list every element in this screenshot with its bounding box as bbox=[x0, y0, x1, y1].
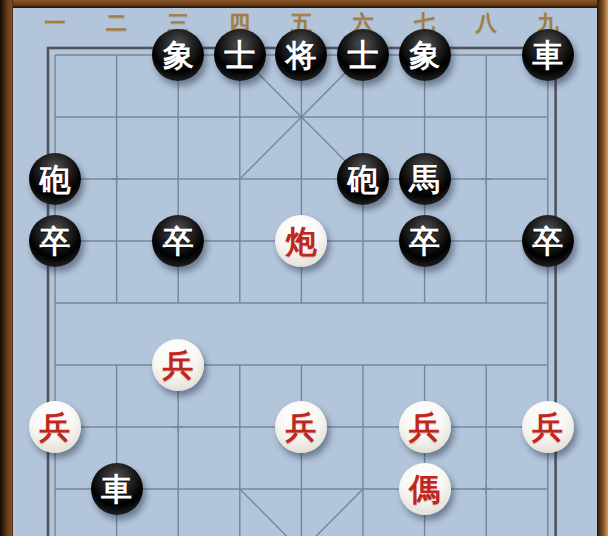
piece-glyph: 士 bbox=[347, 40, 378, 71]
piece-glyph: 砲 bbox=[39, 164, 70, 195]
piece-red-horse[interactable]: 傌 bbox=[399, 463, 451, 515]
piece-glyph: 炮 bbox=[286, 226, 317, 257]
piece-glyph: 将 bbox=[286, 40, 317, 71]
piece-black-elephant[interactable]: 象 bbox=[399, 29, 451, 81]
piece-black-soldier[interactable]: 卒 bbox=[29, 215, 81, 267]
piece-glyph: 兵 bbox=[532, 412, 563, 443]
piece-red-soldier[interactable]: 兵 bbox=[399, 401, 451, 453]
piece-glyph: 象 bbox=[163, 40, 194, 71]
piece-black-advisor[interactable]: 士 bbox=[337, 29, 389, 81]
piece-red-cannon[interactable]: 炮 bbox=[275, 215, 327, 267]
piece-black-soldier[interactable]: 卒 bbox=[399, 215, 451, 267]
piece-glyph: 卒 bbox=[39, 226, 70, 257]
piece-black-horse[interactable]: 馬 bbox=[399, 153, 451, 205]
piece-black-soldier[interactable]: 卒 bbox=[152, 215, 204, 267]
piece-glyph: 卒 bbox=[409, 226, 440, 257]
piece-red-soldier[interactable]: 兵 bbox=[275, 401, 327, 453]
piece-glyph: 兵 bbox=[286, 412, 317, 443]
xiangqi-game-screen: 一二三四五六七八九 象士将士象車砲砲馬卒卒炮卒卒兵兵兵兵兵車傌 bbox=[0, 0, 608, 536]
piece-black-soldier[interactable]: 卒 bbox=[522, 215, 574, 267]
pieces-layer: 象士将士象車砲砲馬卒卒炮卒卒兵兵兵兵兵車傌 bbox=[24, 24, 578, 520]
piece-glyph: 車 bbox=[532, 40, 563, 71]
piece-glyph: 兵 bbox=[39, 412, 70, 443]
piece-black-cannon[interactable]: 砲 bbox=[29, 153, 81, 205]
piece-black-general[interactable]: 将 bbox=[275, 29, 327, 81]
piece-glyph: 卒 bbox=[163, 226, 194, 257]
piece-glyph: 傌 bbox=[409, 474, 440, 505]
piece-glyph: 兵 bbox=[409, 412, 440, 443]
piece-red-soldier[interactable]: 兵 bbox=[29, 401, 81, 453]
piece-glyph: 馬 bbox=[409, 164, 440, 195]
piece-black-advisor[interactable]: 士 bbox=[214, 29, 266, 81]
piece-glyph: 砲 bbox=[347, 164, 378, 195]
piece-glyph: 象 bbox=[409, 40, 440, 71]
piece-red-soldier[interactable]: 兵 bbox=[152, 339, 204, 391]
piece-red-soldier[interactable]: 兵 bbox=[522, 401, 574, 453]
piece-black-chariot[interactable]: 車 bbox=[91, 463, 143, 515]
piece-glyph: 卒 bbox=[532, 226, 563, 257]
piece-glyph: 兵 bbox=[163, 350, 194, 381]
piece-glyph: 車 bbox=[101, 474, 132, 505]
piece-black-cannon[interactable]: 砲 bbox=[337, 153, 389, 205]
piece-glyph: 士 bbox=[224, 40, 255, 71]
piece-black-elephant[interactable]: 象 bbox=[152, 29, 204, 81]
piece-black-chariot[interactable]: 車 bbox=[522, 29, 574, 81]
